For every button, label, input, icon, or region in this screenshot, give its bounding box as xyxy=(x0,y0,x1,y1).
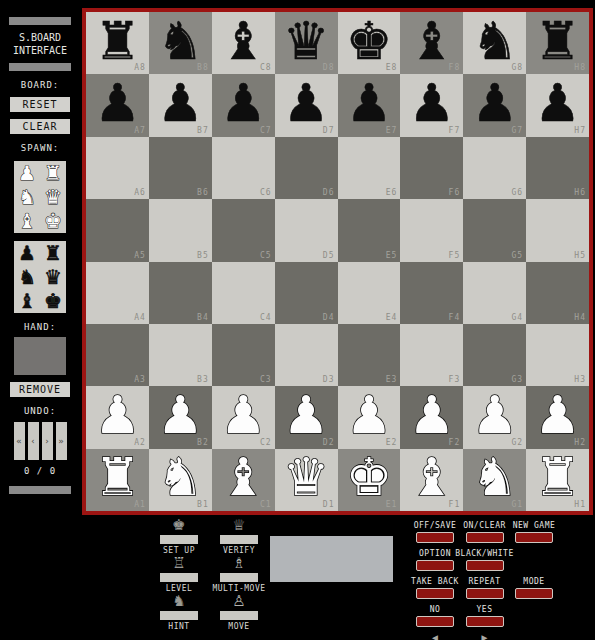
knight-icon: ♞ xyxy=(172,593,185,609)
square-e8[interactable]: ♚E8 xyxy=(338,12,401,74)
square-a1[interactable]: ♜A1 xyxy=(86,449,149,511)
repeat-label: REPEAT xyxy=(469,577,501,586)
square-coordinate: D8 xyxy=(323,63,335,72)
square-b8[interactable]: ♞B8 xyxy=(149,12,212,74)
app-title-line1: S.BOARD xyxy=(13,31,67,44)
square-b2[interactable]: ♟B2 xyxy=(149,386,212,448)
square-coordinate: H2 xyxy=(574,438,586,447)
square-g6[interactable]: G6 xyxy=(463,137,526,199)
no-control: NO xyxy=(410,605,460,633)
square-g5[interactable]: G5 xyxy=(463,199,526,261)
white-king[interactable]: ♚ xyxy=(346,451,393,503)
offsave-label: OFF/SAVE xyxy=(414,521,457,530)
square-coordinate: B3 xyxy=(197,375,209,384)
spawn-section-label: SPAWN: xyxy=(21,143,60,153)
level-button[interactable] xyxy=(160,573,198,582)
square-coordinate: G6 xyxy=(511,188,523,197)
white-bishop[interactable]: ♝ xyxy=(409,451,456,503)
newgame-control: NEW GAME xyxy=(509,521,559,549)
square-d8[interactable]: ♛D8 xyxy=(275,12,338,74)
square-coordinate: A7 xyxy=(134,126,146,135)
onclear-button[interactable] xyxy=(466,532,504,543)
undo-counter: 0 / 0 xyxy=(24,466,56,476)
arrow-right-button[interactable]: ► xyxy=(480,633,490,640)
option-label: OPTION xyxy=(419,549,451,558)
hand-section-label: HAND: xyxy=(24,322,56,332)
repeat-button[interactable] xyxy=(466,588,504,599)
console-right: OFF/SAVE ON/CLEAR NEW GAME OPTION BLACK/… xyxy=(410,521,559,640)
mode-control: MODE xyxy=(509,577,559,605)
spawn-black-knight[interactable]: ♞ xyxy=(14,265,40,289)
square-d7[interactable]: ♟D7 xyxy=(275,74,338,136)
square-coordinate: C6 xyxy=(260,188,272,197)
newgame-label: NEW GAME xyxy=(513,521,556,530)
white-pawn[interactable]: ♟ xyxy=(471,389,518,441)
verify-control: ♕ VERIFY xyxy=(210,517,268,555)
square-a4[interactable]: A4 xyxy=(86,262,149,324)
divider-bar xyxy=(9,17,71,25)
square-coordinate: G3 xyxy=(511,375,523,384)
white-pawn-icon: ♟ xyxy=(18,163,36,183)
white-pawn[interactable]: ♟ xyxy=(346,389,393,441)
console-left: ♚ SET UP ♕ VERIFY ♖ LEVEL ♗ MULTI-MOVE ♞… xyxy=(150,517,268,631)
square-coordinate: D4 xyxy=(323,313,335,322)
black-knight[interactable]: ♞ xyxy=(157,15,204,67)
square-coordinate: A3 xyxy=(134,375,146,384)
undo-section-label: UNDO: xyxy=(24,406,56,416)
square-b5[interactable]: B5 xyxy=(149,199,212,261)
board-section-label: BOARD: xyxy=(21,80,60,90)
black-bishop[interactable]: ♝ xyxy=(409,15,456,67)
yes-label: YES xyxy=(477,605,493,614)
hint-label: HINT xyxy=(168,622,189,631)
square-coordinate: A1 xyxy=(134,500,146,509)
level-control: ♖ LEVEL xyxy=(150,555,208,593)
square-coordinate: H4 xyxy=(574,313,586,322)
white-pawn[interactable]: ♟ xyxy=(94,389,141,441)
square-c5[interactable]: C5 xyxy=(212,199,275,261)
takeback-control: TAKE BACK xyxy=(410,577,460,605)
move-label: MOVE xyxy=(228,622,249,631)
square-e3[interactable]: E3 xyxy=(338,324,401,386)
spawn-white-pawn[interactable]: ♟ xyxy=(14,161,40,185)
square-coordinate: A2 xyxy=(134,438,146,447)
square-coordinate: E4 xyxy=(386,313,398,322)
square-coordinate: B5 xyxy=(197,251,209,260)
black-pawn[interactable]: ♟ xyxy=(157,77,204,129)
square-c7[interactable]: ♟C7 xyxy=(212,74,275,136)
square-coordinate: A4 xyxy=(134,313,146,322)
square-coordinate: F6 xyxy=(449,188,461,197)
yes-button[interactable] xyxy=(466,616,504,627)
square-e5[interactable]: E5 xyxy=(338,199,401,261)
square-h6[interactable]: H6 xyxy=(526,137,589,199)
spawn-white-rook[interactable]: ♜ xyxy=(40,161,66,185)
black-queen[interactable]: ♛ xyxy=(283,15,330,67)
square-coordinate: G2 xyxy=(511,438,523,447)
black-pawn[interactable]: ♟ xyxy=(409,77,456,129)
square-coordinate: E8 xyxy=(386,63,398,72)
square-e4[interactable]: E4 xyxy=(338,262,401,324)
white-pawn[interactable]: ♟ xyxy=(534,389,581,441)
square-coordinate: C7 xyxy=(260,126,272,135)
square-b4[interactable]: B4 xyxy=(149,262,212,324)
option-control: OPTION xyxy=(410,549,460,577)
square-f6[interactable]: F6 xyxy=(400,137,463,199)
undo-back-button[interactable]: ‹ xyxy=(28,422,39,460)
square-coordinate: B4 xyxy=(197,313,209,322)
white-king-icon: ♚ xyxy=(44,211,62,231)
square-coordinate: C3 xyxy=(260,375,272,384)
black-bishop-icon: ♝ xyxy=(18,291,36,311)
square-coordinate: H8 xyxy=(574,63,586,72)
app-title-line2: INTERFACE xyxy=(13,44,67,57)
square-f8[interactable]: ♝F8 xyxy=(400,12,463,74)
square-e7[interactable]: ♟E7 xyxy=(338,74,401,136)
square-d1[interactable]: ♛D1 xyxy=(275,449,338,511)
square-coordinate: G8 xyxy=(511,63,523,72)
square-g2[interactable]: ♟G2 xyxy=(463,386,526,448)
rook-icon: ♖ xyxy=(172,555,185,571)
square-coordinate: F5 xyxy=(449,251,461,260)
square-coordinate: B6 xyxy=(197,188,209,197)
square-coordinate: F4 xyxy=(449,313,461,322)
square-coordinate: D7 xyxy=(323,126,335,135)
square-coordinate: G5 xyxy=(511,251,523,260)
square-coordinate: E3 xyxy=(386,375,398,384)
king-icon: ♚ xyxy=(172,517,185,533)
black-knight-icon: ♞ xyxy=(18,267,36,287)
black-pawn[interactable]: ♟ xyxy=(346,77,393,129)
bishop-icon: ♗ xyxy=(232,555,245,571)
spawn-palette-black: ♟♜♞♛♝♚ xyxy=(14,241,66,313)
square-b7[interactable]: ♟B7 xyxy=(149,74,212,136)
square-c1[interactable]: ♝C1 xyxy=(212,449,275,511)
square-h8[interactable]: ♜H8 xyxy=(526,12,589,74)
square-d6[interactable]: D6 xyxy=(275,137,338,199)
square-coordinate: F7 xyxy=(449,126,461,135)
black-pawn-icon: ♟ xyxy=(18,243,36,263)
option-button[interactable] xyxy=(416,560,454,571)
square-coordinate: B7 xyxy=(197,126,209,135)
yes-control: YES xyxy=(460,605,509,633)
square-c3[interactable]: C3 xyxy=(212,324,275,386)
spawn-black-pawn[interactable]: ♟ xyxy=(14,241,40,265)
takeback-button[interactable] xyxy=(416,588,454,599)
spacer xyxy=(509,633,559,640)
square-coordinate: G7 xyxy=(511,126,523,135)
black-pawn[interactable]: ♟ xyxy=(94,77,141,129)
white-pawn[interactable]: ♟ xyxy=(157,389,204,441)
square-a8[interactable]: ♜A8 xyxy=(86,12,149,74)
blackwhite-control: BLACK/WHITE xyxy=(460,549,509,577)
queen-icon: ♕ xyxy=(232,517,245,533)
undo-controls: « ‹ › » xyxy=(14,422,67,460)
square-c6[interactable]: C6 xyxy=(212,137,275,199)
square-g4[interactable]: G4 xyxy=(463,262,526,324)
square-coordinate: F8 xyxy=(449,63,461,72)
spawn-palette-white: ♟♜♞♛♝♚ xyxy=(14,161,66,233)
square-coordinate: A5 xyxy=(134,251,146,260)
offsave-button[interactable] xyxy=(416,532,454,543)
remove-button[interactable]: REMOVE xyxy=(10,382,70,397)
divider-bar xyxy=(9,486,71,494)
square-f3[interactable]: F3 xyxy=(400,324,463,386)
square-a2[interactable]: ♟A2 xyxy=(86,386,149,448)
takeback-label: TAKE BACK xyxy=(411,577,459,586)
square-coordinate: H7 xyxy=(574,126,586,135)
black-king-icon: ♚ xyxy=(44,291,62,311)
hint-button[interactable] xyxy=(160,611,198,620)
arrow-left-cell: ◄ xyxy=(410,633,460,640)
multimove-button[interactable] xyxy=(220,573,258,582)
spawn-black-bishop[interactable]: ♝ xyxy=(14,289,40,313)
chess-board: ♜A8♞B8♝C8♛D8♚E8♝F8♞G8♜H8♟A7♟B7♟C7♟D7♟E7♟… xyxy=(86,12,589,511)
square-coordinate: B2 xyxy=(197,438,209,447)
square-coordinate: B1 xyxy=(197,500,209,509)
square-coordinate: D5 xyxy=(323,251,335,260)
square-coordinate: C5 xyxy=(260,251,272,260)
lcd-display xyxy=(270,536,393,582)
undo-forward-button[interactable]: › xyxy=(42,422,53,460)
square-coordinate: D1 xyxy=(323,500,335,509)
square-coordinate: F3 xyxy=(449,375,461,384)
blackwhite-button[interactable] xyxy=(466,560,504,571)
square-coordinate: H1 xyxy=(574,500,586,509)
square-coordinate: D2 xyxy=(323,438,335,447)
square-coordinate: A6 xyxy=(134,188,146,197)
square-coordinate: G1 xyxy=(511,500,523,509)
square-coordinate: D6 xyxy=(323,188,335,197)
white-pawn[interactable]: ♟ xyxy=(283,389,330,441)
clear-button[interactable]: CLEAR xyxy=(10,119,70,134)
white-rook[interactable]: ♜ xyxy=(534,451,581,503)
white-pawn[interactable]: ♟ xyxy=(220,389,267,441)
arrow-left-button[interactable]: ◄ xyxy=(430,633,440,640)
blackwhite-label: BLACK/WHITE xyxy=(455,549,513,558)
square-coordinate: E1 xyxy=(386,500,398,509)
move-button[interactable] xyxy=(220,611,258,620)
black-rook[interactable]: ♜ xyxy=(534,15,581,67)
onclear-control: ON/CLEAR xyxy=(460,521,509,549)
square-h1[interactable]: ♜H1 xyxy=(526,449,589,511)
hand-box xyxy=(14,337,66,375)
spacer xyxy=(509,549,559,577)
square-coordinate: H6 xyxy=(574,188,586,197)
square-g8[interactable]: ♞G8 xyxy=(463,12,526,74)
white-queen[interactable]: ♛ xyxy=(283,451,330,503)
black-pawn[interactable]: ♟ xyxy=(534,77,581,129)
square-coordinate: F1 xyxy=(449,500,461,509)
square-g1[interactable]: ♞G1 xyxy=(463,449,526,511)
square-c4[interactable]: C4 xyxy=(212,262,275,324)
white-pawn[interactable]: ♟ xyxy=(409,389,456,441)
square-coordinate: C4 xyxy=(260,313,272,322)
square-e2[interactable]: ♟E2 xyxy=(338,386,401,448)
black-king[interactable]: ♚ xyxy=(346,15,393,67)
multimove-control: ♗ MULTI-MOVE xyxy=(210,555,268,593)
spawn-white-bishop[interactable]: ♝ xyxy=(14,209,40,233)
white-rook-icon: ♜ xyxy=(44,163,62,183)
square-c8[interactable]: ♝C8 xyxy=(212,12,275,74)
undo-fast-forward-button[interactable]: » xyxy=(56,422,67,460)
square-coordinate: E2 xyxy=(386,438,398,447)
spawn-black-queen[interactable]: ♛ xyxy=(40,265,66,289)
black-pawn[interactable]: ♟ xyxy=(283,77,330,129)
square-d4[interactable]: D4 xyxy=(275,262,338,324)
onclear-label: ON/CLEAR xyxy=(463,521,506,530)
square-e1[interactable]: ♚E1 xyxy=(338,449,401,511)
black-bishop[interactable]: ♝ xyxy=(220,15,267,67)
square-coordinate: E5 xyxy=(386,251,398,260)
square-coordinate: F2 xyxy=(449,438,461,447)
square-f1[interactable]: ♝F1 xyxy=(400,449,463,511)
move-control: ♙ MOVE xyxy=(210,593,268,631)
square-a6[interactable]: A6 xyxy=(86,137,149,199)
square-coordinate: C8 xyxy=(260,63,272,72)
black-pawn[interactable]: ♟ xyxy=(220,77,267,129)
square-a7[interactable]: ♟A7 xyxy=(86,74,149,136)
white-bishop-icon: ♝ xyxy=(18,211,36,231)
square-f5[interactable]: F5 xyxy=(400,199,463,261)
black-rook[interactable]: ♜ xyxy=(94,15,141,67)
square-coordinate: D3 xyxy=(323,375,335,384)
square-e6[interactable]: E6 xyxy=(338,137,401,199)
spawn-white-king[interactable]: ♚ xyxy=(40,209,66,233)
white-queen-icon: ♛ xyxy=(44,187,62,207)
square-coordinate: E7 xyxy=(386,126,398,135)
newgame-button[interactable] xyxy=(515,532,553,543)
spawn-black-rook[interactable]: ♜ xyxy=(40,241,66,265)
black-rook-icon: ♜ xyxy=(44,243,62,263)
white-knight[interactable]: ♞ xyxy=(471,451,518,503)
pawn-icon: ♙ xyxy=(232,593,245,609)
sidebar: S.BOARD INTERFACE BOARD: RESET CLEAR SPA… xyxy=(0,0,80,640)
square-a5[interactable]: A5 xyxy=(86,199,149,261)
square-coordinate: H3 xyxy=(574,375,586,384)
setup-button[interactable] xyxy=(160,535,198,544)
white-bishop[interactable]: ♝ xyxy=(220,451,267,503)
square-f2[interactable]: ♟F2 xyxy=(400,386,463,448)
spawn-white-queen[interactable]: ♛ xyxy=(40,185,66,209)
spawn-white-knight[interactable]: ♞ xyxy=(14,185,40,209)
verify-button[interactable] xyxy=(220,535,258,544)
app-title: S.BOARD INTERFACE xyxy=(13,31,67,57)
square-d3[interactable]: D3 xyxy=(275,324,338,386)
chess-board-frame: ♜A8♞B8♝C8♛D8♚E8♝F8♞G8♜H8♟A7♟B7♟C7♟D7♟E7♟… xyxy=(82,8,593,515)
hint-control: ♞ HINT xyxy=(150,593,208,631)
square-h3[interactable]: H3 xyxy=(526,324,589,386)
spacer xyxy=(509,605,559,633)
square-h7[interactable]: ♟H7 xyxy=(526,74,589,136)
square-coordinate: C1 xyxy=(260,500,272,509)
square-h4[interactable]: H4 xyxy=(526,262,589,324)
white-knight-icon: ♞ xyxy=(18,187,36,207)
offsave-control: OFF/SAVE xyxy=(410,521,460,549)
white-rook[interactable]: ♜ xyxy=(94,451,141,503)
square-coordinate: C2 xyxy=(260,438,272,447)
square-b3[interactable]: B3 xyxy=(149,324,212,386)
divider-bar xyxy=(9,63,71,71)
square-coordinate: E6 xyxy=(386,188,398,197)
square-h5[interactable]: H5 xyxy=(526,199,589,261)
square-b1[interactable]: ♞B1 xyxy=(149,449,212,511)
square-f4[interactable]: F4 xyxy=(400,262,463,324)
square-a3[interactable]: A3 xyxy=(86,324,149,386)
square-coordinate: H5 xyxy=(574,251,586,260)
setup-control: ♚ SET UP xyxy=(150,517,208,555)
repeat-control: REPEAT xyxy=(460,577,509,605)
no-label: NO xyxy=(430,605,441,614)
square-coordinate: B8 xyxy=(197,63,209,72)
black-knight[interactable]: ♞ xyxy=(471,15,518,67)
square-d2[interactable]: ♟D2 xyxy=(275,386,338,448)
square-coordinate: G4 xyxy=(511,313,523,322)
reset-button[interactable]: RESET xyxy=(10,97,70,112)
mode-label: MODE xyxy=(523,577,544,586)
square-h2[interactable]: ♟H2 xyxy=(526,386,589,448)
square-c2[interactable]: ♟C2 xyxy=(212,386,275,448)
square-coordinate: A8 xyxy=(134,63,146,72)
black-pawn[interactable]: ♟ xyxy=(471,77,518,129)
no-button[interactable] xyxy=(416,616,454,627)
square-d5[interactable]: D5 xyxy=(275,199,338,261)
mode-button[interactable] xyxy=(515,588,553,599)
square-g3[interactable]: G3 xyxy=(463,324,526,386)
black-queen-icon: ♛ xyxy=(44,267,62,287)
undo-fast-back-button[interactable]: « xyxy=(14,422,25,460)
square-g7[interactable]: ♟G7 xyxy=(463,74,526,136)
white-knight[interactable]: ♞ xyxy=(157,451,204,503)
square-f7[interactable]: ♟F7 xyxy=(400,74,463,136)
spawn-black-king[interactable]: ♚ xyxy=(40,289,66,313)
arrow-right-cell: ► xyxy=(460,633,509,640)
square-b6[interactable]: B6 xyxy=(149,137,212,199)
